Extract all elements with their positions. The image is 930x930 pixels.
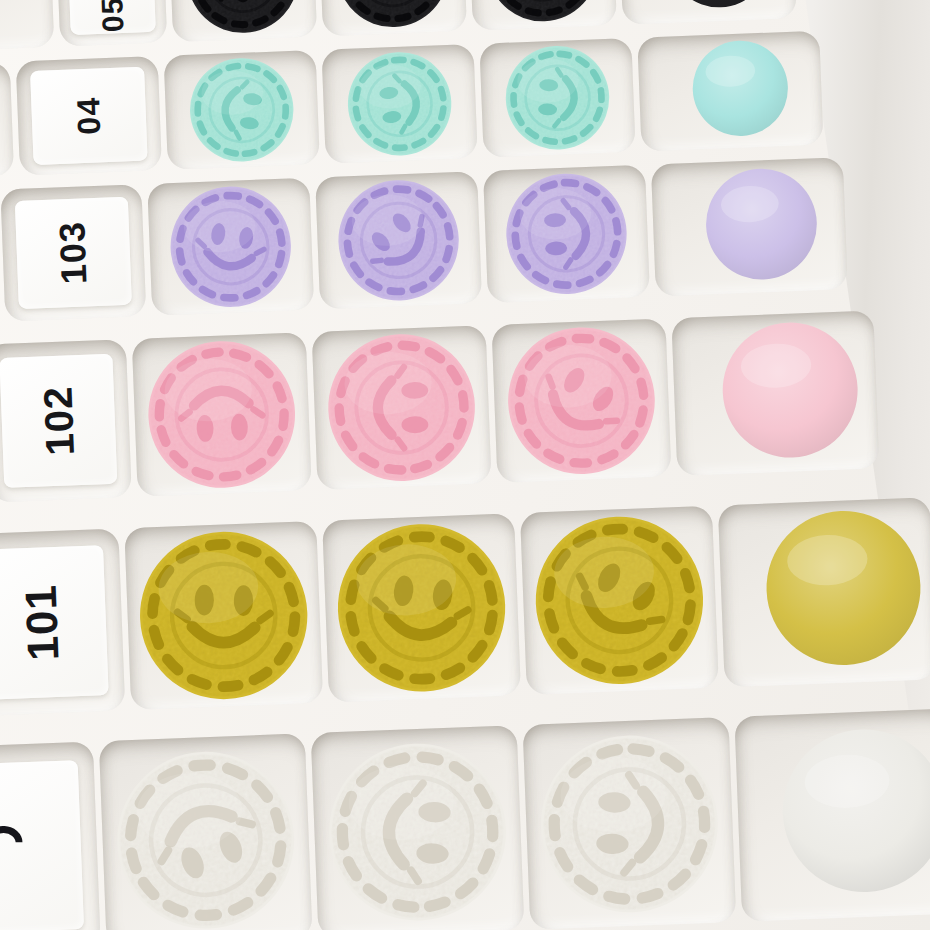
- row-label-sticker: 101: [0, 545, 109, 699]
- smiley-button: [329, 516, 514, 701]
- button-compartment: [164, 50, 320, 170]
- flipped-button-compartment: [618, 0, 797, 25]
- tray-row-white: [0, 703, 930, 930]
- button-compartment: [315, 171, 482, 309]
- button-compartment: [124, 521, 323, 710]
- flipped-button-compartment: [637, 31, 823, 152]
- smiley-button: [141, 334, 303, 496]
- button-compartment: [147, 178, 314, 316]
- row-label-sticker: 05: [67, 0, 156, 35]
- row-label: 103: [54, 221, 92, 285]
- smiley-button: [481, 0, 603, 27]
- row-label-sticker: 102: [0, 354, 117, 488]
- button-compartment: [322, 513, 521, 702]
- smiley-button: [164, 180, 297, 313]
- row-label-sticker: 103: [15, 197, 132, 310]
- smiley-button: [108, 742, 303, 930]
- button-compartment: [520, 506, 719, 695]
- smiley-button: [332, 174, 465, 307]
- photo-canvas: 05: [0, 0, 930, 930]
- button-compartment: [168, 0, 317, 42]
- flipped-button: [699, 162, 824, 287]
- smiley-button: [321, 327, 483, 489]
- row-label: 101: [19, 583, 66, 661]
- flipped-button: [714, 314, 866, 466]
- smiley-button: [185, 53, 299, 167]
- flipped-button-compartment: [651, 157, 848, 296]
- smiley-button: [320, 734, 515, 929]
- partial-label-mark: [0, 826, 23, 860]
- button-compartment: [479, 38, 635, 158]
- button-compartment: [483, 165, 650, 303]
- flipped-button-compartment: [671, 310, 879, 476]
- flipped-button: [661, 0, 776, 14]
- smiley-button: [532, 726, 727, 921]
- smiley-button: [343, 47, 457, 161]
- row-label: 04: [72, 96, 105, 135]
- button-compartment: [132, 332, 312, 497]
- label-compartment: 05: [55, 0, 167, 46]
- button-compartment: [468, 0, 617, 31]
- button-compartment: [311, 725, 525, 930]
- button-compartment: [312, 325, 492, 490]
- button-compartment: [318, 0, 467, 36]
- flipped-button: [687, 35, 794, 142]
- smiley-button: [500, 41, 614, 155]
- label-compartment: 101: [0, 528, 125, 716]
- edge-compartment: [0, 62, 14, 181]
- label-compartment: [0, 741, 101, 930]
- row-label: 05: [97, 0, 128, 32]
- smiley-button: [131, 523, 316, 708]
- row-label-sticker: 04: [30, 67, 147, 165]
- flipped-button: [757, 502, 930, 676]
- flipped-button: [772, 719, 930, 902]
- button-compartment: [321, 44, 477, 164]
- row-label-sticker: [0, 761, 84, 930]
- smiley-button: [527, 508, 712, 693]
- label-compartment: 102: [0, 339, 132, 502]
- smiley-button: [182, 0, 304, 38]
- button-compartment: [99, 733, 313, 930]
- button-compartment: [491, 318, 671, 483]
- edge-compartment: [0, 0, 54, 52]
- flipped-button-compartment: [734, 709, 930, 922]
- label-compartment: 04: [16, 56, 162, 175]
- row-label: 102: [37, 385, 80, 456]
- smiley-button: [500, 167, 633, 300]
- smiley-button: [331, 0, 453, 32]
- label-compartment: 103: [0, 184, 146, 321]
- flipped-button-compartment: [718, 497, 930, 687]
- button-compartment: [523, 717, 737, 930]
- smiley-button: [501, 320, 663, 482]
